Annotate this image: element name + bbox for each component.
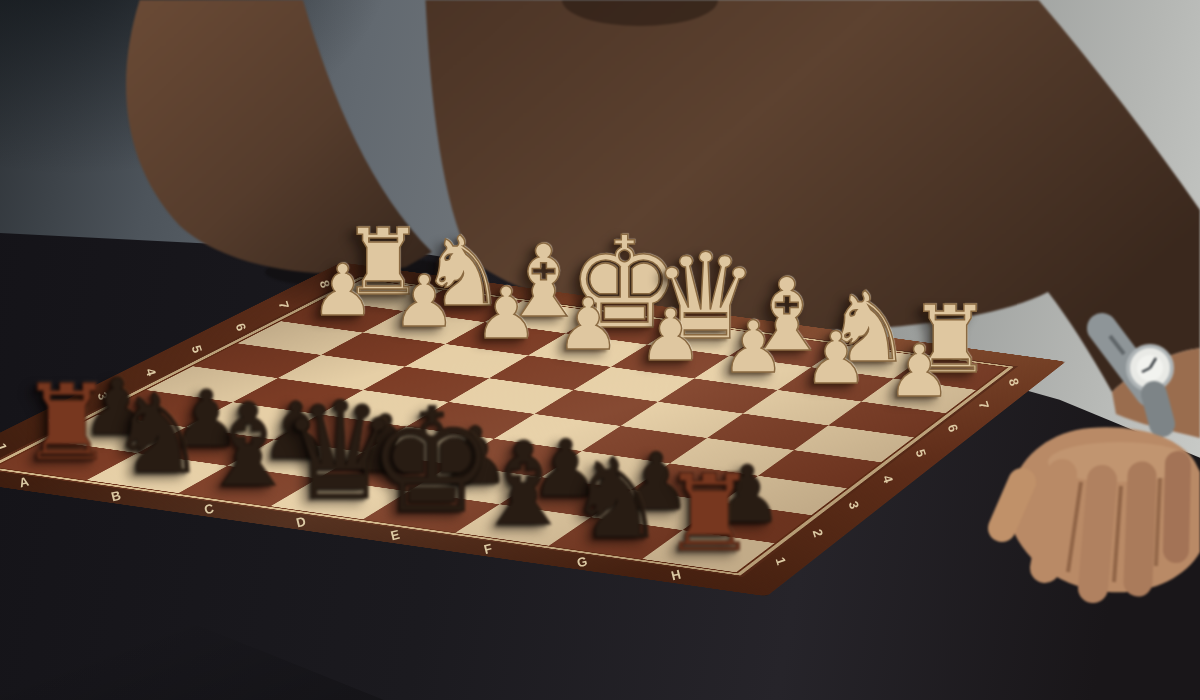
watch-band-lower: [1154, 394, 1162, 424]
finger-thumb: [1002, 482, 1022, 528]
finger-middle: [1093, 480, 1102, 588]
finger-index: [1045, 474, 1062, 568]
chess-photo-scene: 8877665544332211ABCDEFGH♜♞♝♚♛♝♞♜♟♟♟♟♟♟♟♟…: [0, 0, 1200, 700]
person-bent-arm: [126, 0, 432, 274]
finger-pinky: [1176, 464, 1178, 550]
finger-ring: [1138, 476, 1142, 582]
